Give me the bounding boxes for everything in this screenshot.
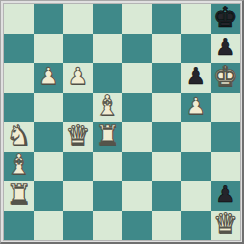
white-bishop-d5[interactable]: ♝ — [95, 93, 120, 121]
square-h5[interactable] — [211, 93, 241, 123]
square-f7[interactable] — [152, 34, 182, 64]
square-c2[interactable] — [63, 181, 93, 211]
white-bishop-a3[interactable]: ♝ — [6, 152, 31, 180]
square-e8[interactable] — [122, 4, 152, 34]
white-rook-a2[interactable]: ♜ — [6, 181, 31, 209]
square-c5[interactable] — [63, 93, 93, 123]
square-f6[interactable] — [152, 63, 182, 93]
square-c1[interactable] — [63, 211, 93, 241]
square-g1[interactable] — [181, 211, 211, 241]
white-queen-c4[interactable]: ♛ — [65, 122, 90, 150]
square-a8[interactable] — [4, 4, 34, 34]
square-g3[interactable] — [181, 152, 211, 182]
square-c6[interactable]: ♟ — [63, 63, 93, 93]
square-g6[interactable]: ♟ — [181, 63, 211, 93]
square-b8[interactable] — [34, 4, 64, 34]
black-pawn-h7[interactable]: ♟ — [215, 36, 236, 59]
white-queen-h1[interactable]: ♛ — [213, 211, 238, 239]
square-d7[interactable] — [93, 34, 123, 64]
square-e4[interactable] — [122, 122, 152, 152]
square-e7[interactable] — [122, 34, 152, 64]
square-e5[interactable] — [122, 93, 152, 123]
square-g2[interactable] — [181, 181, 211, 211]
square-g5[interactable]: ♟ — [181, 93, 211, 123]
square-h4[interactable] — [211, 122, 241, 152]
white-king-h6[interactable]: ♚ — [213, 63, 238, 91]
square-b3[interactable] — [34, 152, 64, 182]
square-c3[interactable] — [63, 152, 93, 182]
square-a6[interactable] — [4, 63, 34, 93]
square-d6[interactable] — [93, 63, 123, 93]
square-b4[interactable] — [34, 122, 64, 152]
square-e6[interactable] — [122, 63, 152, 93]
square-h2[interactable]: ♟ — [211, 181, 241, 211]
white-rook-d4[interactable]: ♜ — [95, 122, 120, 150]
square-e2[interactable] — [122, 181, 152, 211]
square-b2[interactable] — [34, 181, 64, 211]
black-pawn-g6[interactable]: ♟ — [185, 65, 206, 88]
square-e1[interactable] — [122, 211, 152, 241]
square-h8[interactable]: ♚ — [211, 4, 241, 34]
chess-board: ♚♟♟♟♟♚♝♟♞♛♜♝♜♟♛ — [4, 4, 240, 240]
square-c7[interactable] — [63, 34, 93, 64]
square-d2[interactable] — [93, 181, 123, 211]
square-c8[interactable] — [63, 4, 93, 34]
square-d4[interactable]: ♜ — [93, 122, 123, 152]
square-h6[interactable]: ♚ — [211, 63, 241, 93]
square-d3[interactable] — [93, 152, 123, 182]
square-f8[interactable] — [152, 4, 182, 34]
white-pawn-c6[interactable]: ♟ — [67, 65, 88, 88]
square-g8[interactable] — [181, 4, 211, 34]
square-a5[interactable] — [4, 93, 34, 123]
square-g4[interactable] — [181, 122, 211, 152]
square-f4[interactable] — [152, 122, 182, 152]
square-d1[interactable] — [93, 211, 123, 241]
square-b1[interactable] — [34, 211, 64, 241]
square-h3[interactable] — [211, 152, 241, 182]
square-d5[interactable]: ♝ — [93, 93, 123, 123]
square-a4[interactable]: ♞ — [4, 122, 34, 152]
square-a7[interactable] — [4, 34, 34, 64]
board-frame: ♚♟♟♟♟♚♝♟♞♛♜♝♜♟♛ — [0, 0, 244, 244]
square-e3[interactable] — [122, 152, 152, 182]
square-f1[interactable] — [152, 211, 182, 241]
square-f2[interactable] — [152, 181, 182, 211]
square-h7[interactable]: ♟ — [211, 34, 241, 64]
black-pawn-h2[interactable]: ♟ — [215, 183, 236, 206]
square-b5[interactable] — [34, 93, 64, 123]
square-c4[interactable]: ♛ — [63, 122, 93, 152]
square-d8[interactable] — [93, 4, 123, 34]
square-h1[interactable]: ♛ — [211, 211, 241, 241]
square-a2[interactable]: ♜ — [4, 181, 34, 211]
white-pawn-b6[interactable]: ♟ — [38, 65, 59, 88]
square-f3[interactable] — [152, 152, 182, 182]
square-b7[interactable] — [34, 34, 64, 64]
square-a3[interactable]: ♝ — [4, 152, 34, 182]
square-a1[interactable] — [4, 211, 34, 241]
black-king-h8[interactable]: ♚ — [213, 4, 238, 32]
square-b6[interactable]: ♟ — [34, 63, 64, 93]
white-pawn-g5[interactable]: ♟ — [185, 95, 206, 118]
white-knight-a4[interactable]: ♞ — [6, 122, 31, 150]
square-g7[interactable] — [181, 34, 211, 64]
square-f5[interactable] — [152, 93, 182, 123]
